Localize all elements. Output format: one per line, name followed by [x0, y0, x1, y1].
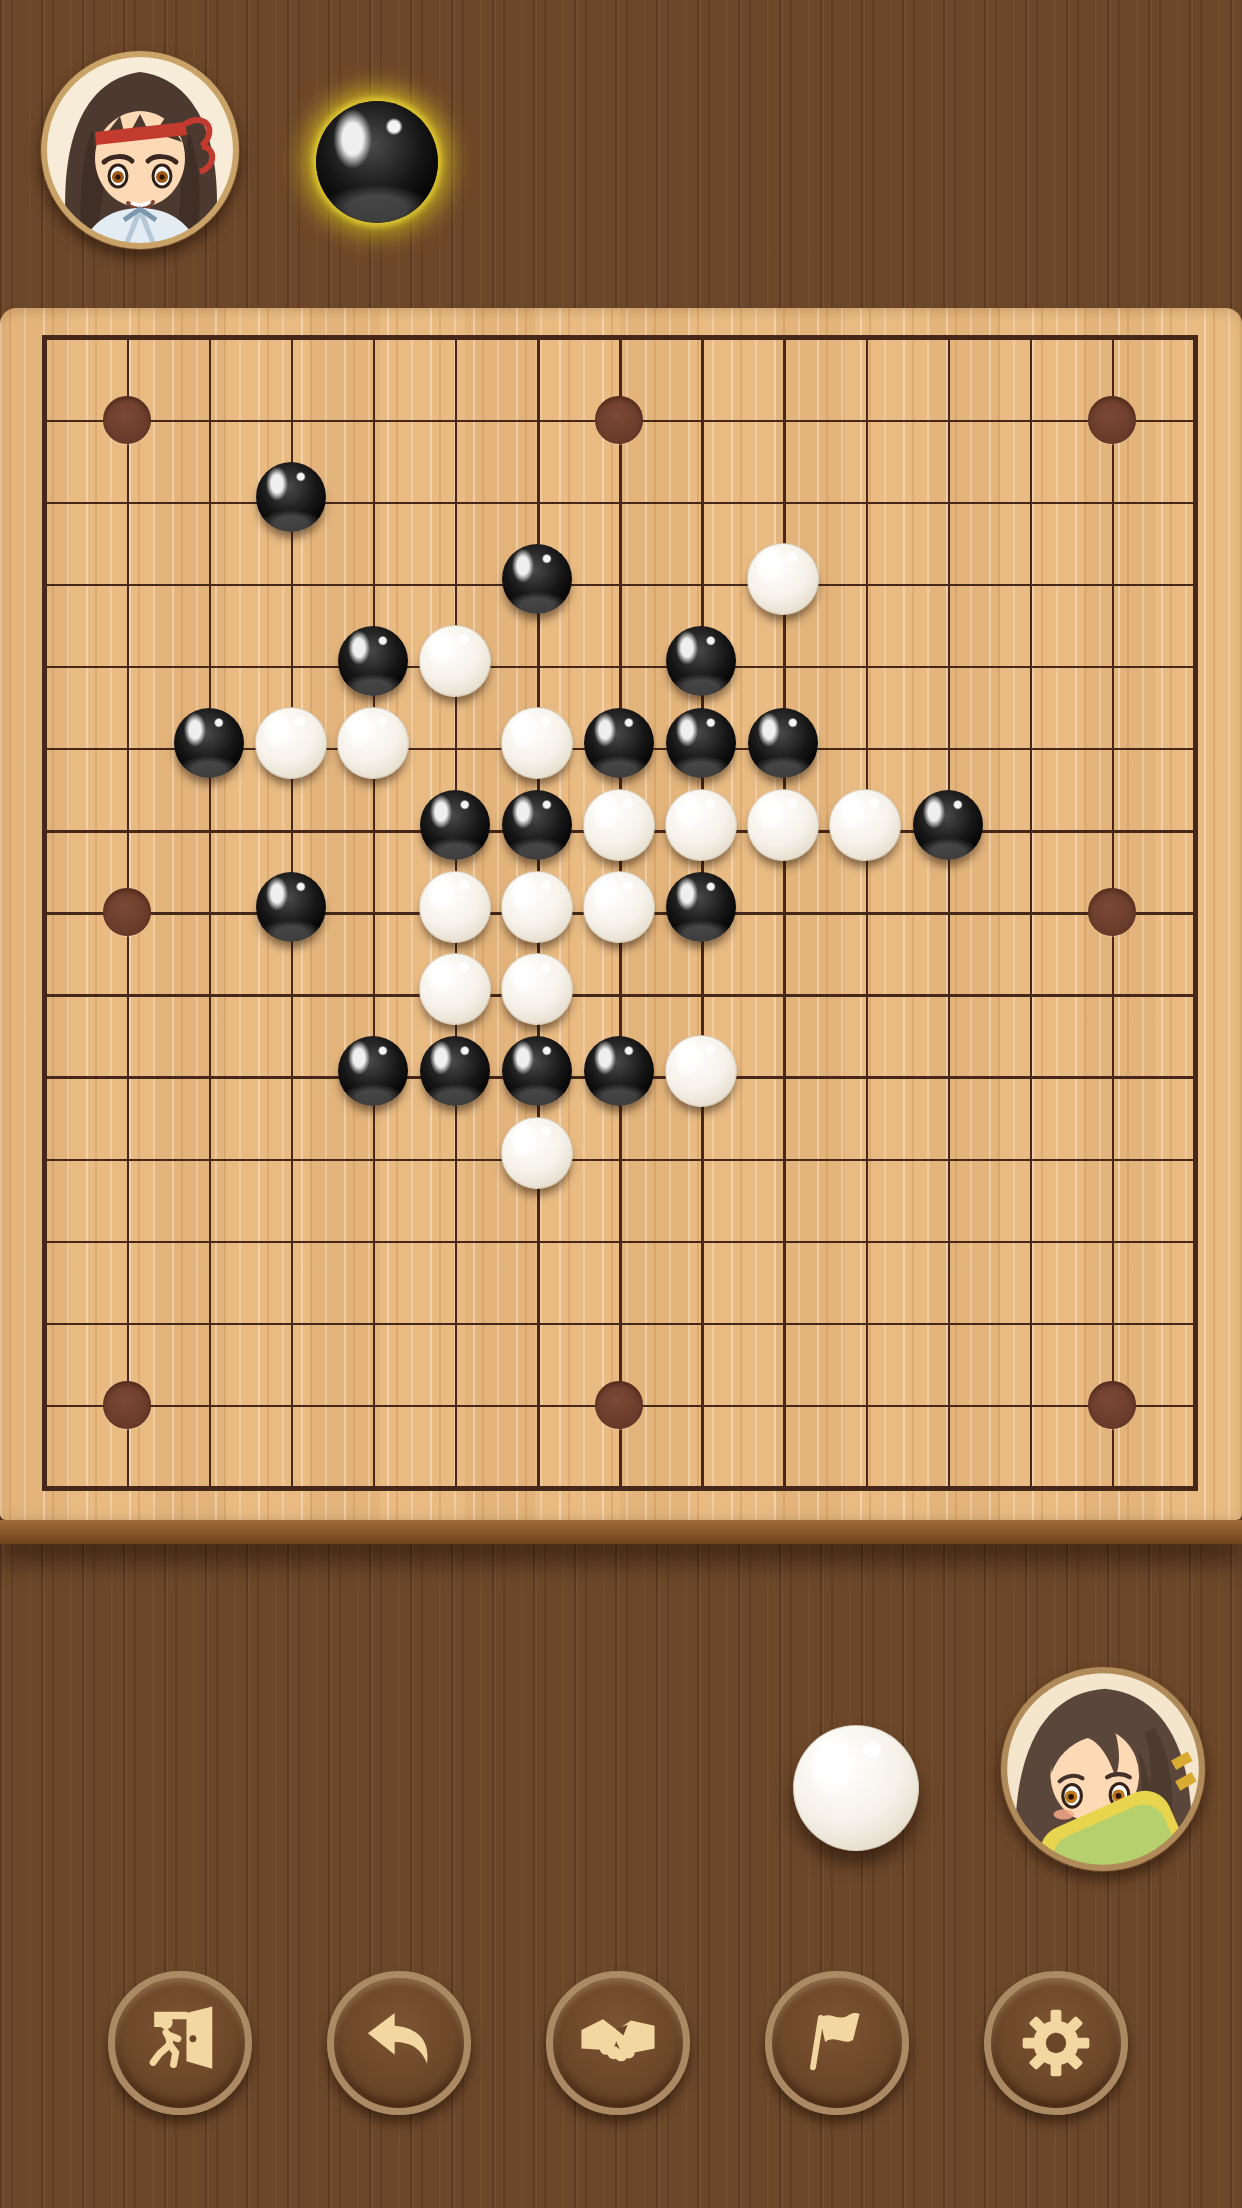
- flag-icon: [794, 2000, 880, 2086]
- black-stone: [420, 1036, 490, 1106]
- black-stone: [502, 1036, 572, 1106]
- black-stone: [584, 1036, 654, 1106]
- black-stone: [666, 708, 736, 778]
- exit-button[interactable]: [108, 1971, 252, 2115]
- black-turn-indicator-stone: [316, 101, 438, 223]
- undo-arrow-icon: [356, 2000, 442, 2086]
- white-stone: [747, 543, 819, 615]
- white-player-stone: [793, 1725, 919, 1851]
- draw-button[interactable]: [546, 1971, 690, 2115]
- black-stone: [584, 708, 654, 778]
- white-stone: [501, 953, 573, 1025]
- black-stone: [338, 626, 408, 696]
- white-stone: [419, 953, 491, 1025]
- white-stone: [255, 707, 327, 779]
- settings-button[interactable]: [984, 1971, 1128, 2115]
- white-stone: [501, 871, 573, 943]
- black-stone: [666, 872, 736, 942]
- undo-button[interactable]: [327, 1971, 471, 2115]
- black-stone: [502, 544, 572, 614]
- gomoku-board[interactable]: [0, 308, 1242, 1520]
- opponent-avatar[interactable]: [40, 50, 240, 250]
- white-stone: [501, 707, 573, 779]
- black-stone: [913, 790, 983, 860]
- white-stone: [583, 871, 655, 943]
- exit-door-icon: [137, 2000, 223, 2086]
- black-stone: [256, 462, 326, 532]
- white-stone: [419, 625, 491, 697]
- black-stone: [748, 708, 818, 778]
- game-screen: [0, 0, 1242, 2208]
- black-stone: [666, 626, 736, 696]
- player-avatar[interactable]: [1000, 1666, 1206, 1872]
- black-stone: [502, 790, 572, 860]
- black-stone: [338, 1036, 408, 1106]
- white-stone: [419, 871, 491, 943]
- white-stone: [829, 789, 901, 861]
- white-stone: [501, 1117, 573, 1189]
- white-stone: [337, 707, 409, 779]
- black-stone: [420, 790, 490, 860]
- black-stone: [256, 872, 326, 942]
- gear-icon: [1013, 2000, 1099, 2086]
- white-stone: [583, 789, 655, 861]
- white-stone: [665, 789, 737, 861]
- white-stone: [665, 1035, 737, 1107]
- board-intersections[interactable]: [3, 296, 1234, 1527]
- black-stone: [174, 708, 244, 778]
- surrender-button[interactable]: [765, 1971, 909, 2115]
- handshake-icon: [575, 2000, 661, 2086]
- white-stone: [747, 789, 819, 861]
